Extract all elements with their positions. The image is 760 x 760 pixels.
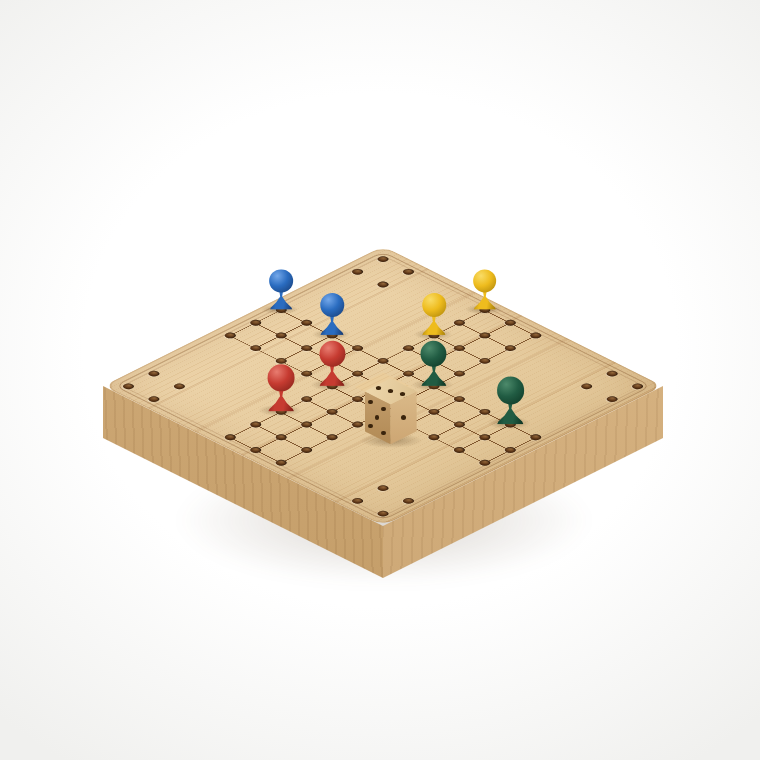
die-pip	[381, 431, 386, 436]
pieces-layer	[0, 0, 760, 760]
pawn-blue-1[interactable]	[269, 269, 293, 310]
pawn-head	[320, 293, 344, 317]
pawn-head	[319, 341, 345, 367]
pawn-yellow-2[interactable]	[421, 293, 446, 335]
pawn-red-1[interactable]	[319, 341, 346, 386]
pawn-green-2[interactable]	[496, 377, 524, 424]
pawn-green-1[interactable]	[420, 341, 447, 386]
die-pip	[368, 424, 373, 429]
pawn-blue-2[interactable]	[319, 293, 344, 335]
die-pip	[400, 392, 406, 396]
die-pip	[401, 415, 406, 420]
pawn-head	[269, 269, 292, 292]
pawn-head	[497, 377, 524, 404]
pawn-head	[268, 365, 295, 392]
pawn-red-2[interactable]	[267, 365, 295, 412]
scene	[0, 0, 760, 760]
pawn-head	[473, 269, 496, 292]
die-pip	[381, 407, 386, 412]
die-pip	[368, 400, 373, 405]
pawn-head	[422, 293, 446, 317]
die-pip	[375, 415, 380, 420]
die-pip	[388, 389, 394, 393]
die-pip	[376, 386, 382, 390]
die[interactable]	[365, 378, 417, 444]
pawn-yellow-1[interactable]	[473, 269, 497, 310]
pawn-head	[421, 341, 447, 367]
